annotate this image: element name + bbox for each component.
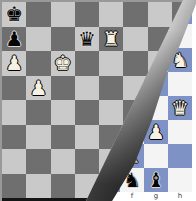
square-b4[interactable]: [26, 100, 50, 125]
file-label-h: h: [168, 191, 192, 201]
white-pawn-a6[interactable]: ♟: [2, 51, 26, 76]
square-c2[interactable]: [51, 149, 75, 174]
square-e5[interactable]: [99, 76, 123, 101]
square-a2[interactable]: [2, 149, 26, 174]
square-d5[interactable]: [75, 76, 99, 101]
square-g2[interactable]: [144, 144, 168, 168]
square-d7[interactable]: ♛: [75, 27, 99, 52]
square-f8[interactable]: [123, 2, 147, 27]
file-label-g: g: [144, 191, 168, 201]
square-h1[interactable]: [168, 168, 192, 192]
square-d3[interactable]: [75, 125, 99, 150]
square-c5[interactable]: [51, 76, 75, 101]
square-f7[interactable]: [123, 27, 147, 52]
square-b5[interactable]: ♟: [26, 76, 50, 101]
square-b6[interactable]: [26, 51, 50, 76]
square-d8[interactable]: [75, 2, 99, 27]
square-a4[interactable]: [2, 100, 26, 125]
square-e6[interactable]: [99, 51, 123, 76]
black-bishop-g1[interactable]: ♝: [144, 168, 168, 192]
black-king-a8[interactable]: ♚: [2, 2, 26, 27]
square-c1[interactable]: [51, 174, 75, 199]
square-f6[interactable]: [123, 51, 147, 76]
file-label-f: f: [120, 191, 144, 201]
square-e4[interactable]: [99, 100, 123, 125]
chess-app-screenshot: ♞♛♟♜♚♞♝ efgh ♚♟♛♜♟♚♟: [0, 0, 196, 201]
square-d4[interactable]: [75, 100, 99, 125]
square-c4[interactable]: [51, 100, 75, 125]
white-queen-h4[interactable]: ♛: [168, 96, 192, 120]
square-g1[interactable]: ♝: [144, 168, 168, 192]
white-pawn-b5[interactable]: ♟: [26, 76, 50, 101]
square-c7[interactable]: [51, 27, 75, 52]
square-a3[interactable]: [2, 125, 26, 150]
square-d2[interactable]: [75, 149, 99, 174]
square-b8[interactable]: [26, 2, 50, 27]
white-king-c6[interactable]: ♚: [51, 51, 75, 76]
white-rook-e7[interactable]: ♜: [99, 27, 123, 52]
square-b3[interactable]: [26, 125, 50, 150]
square-d6[interactable]: [75, 51, 99, 76]
square-c8[interactable]: [51, 2, 75, 27]
square-b2[interactable]: [26, 149, 50, 174]
square-h5[interactable]: [168, 72, 192, 96]
square-c3[interactable]: [51, 125, 75, 150]
square-e7[interactable]: ♜: [99, 27, 123, 52]
square-h2[interactable]: [168, 144, 192, 168]
square-a5[interactable]: [2, 76, 26, 101]
black-queen-d7[interactable]: ♛: [75, 27, 99, 52]
square-a6[interactable]: ♟: [2, 51, 26, 76]
square-b7[interactable]: [26, 27, 50, 52]
square-b1[interactable]: [26, 174, 50, 199]
square-a7[interactable]: ♟: [2, 27, 26, 52]
black-pawn-a7[interactable]: ♟: [2, 27, 26, 52]
square-a8[interactable]: ♚: [2, 2, 26, 27]
square-c6[interactable]: ♚: [51, 51, 75, 76]
square-h4[interactable]: ♛: [168, 96, 192, 120]
square-g8[interactable]: [148, 2, 172, 27]
square-a1[interactable]: [2, 174, 26, 199]
square-h3[interactable]: [168, 120, 192, 144]
square-e8[interactable]: [99, 2, 123, 27]
